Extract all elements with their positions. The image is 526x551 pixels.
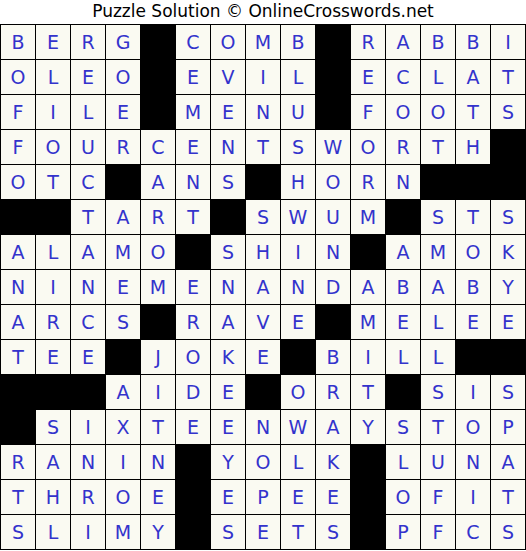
cell-r12c15: P — [491, 410, 525, 444]
cell-r3c1: F — [1, 95, 35, 129]
cell-r4c14: H — [456, 130, 490, 164]
cell-r12c11: Y — [351, 410, 385, 444]
cell-r3c12: O — [386, 95, 420, 129]
cell-r4c11: O — [351, 130, 385, 164]
cell-r12c7: E — [211, 410, 245, 444]
black-cell-r6c1 — [1, 200, 35, 234]
cell-r2c11: E — [351, 60, 385, 94]
cell-r10c5: J — [141, 340, 175, 374]
cell-r13c9: L — [281, 445, 315, 479]
cell-r9c9: E — [281, 305, 315, 339]
cell-r13c4: I — [106, 445, 140, 479]
cell-r7c1: A — [1, 235, 35, 269]
cell-r9c11: M — [351, 305, 385, 339]
cell-r12c5: T — [141, 410, 175, 444]
cell-r5c6: N — [176, 165, 210, 199]
cell-r8c7: N — [211, 270, 245, 304]
cell-r5c7: S — [211, 165, 245, 199]
cell-r1c13: B — [421, 25, 455, 59]
cell-r8c4: E — [106, 270, 140, 304]
cell-r4c12: R — [386, 130, 420, 164]
cell-r6c10: U — [316, 200, 350, 234]
black-cell-r5c13 — [421, 165, 455, 199]
cell-r14c2: H — [36, 480, 70, 514]
cell-r3c14: T — [456, 95, 490, 129]
cell-r5c12: N — [386, 165, 420, 199]
cell-r7c15: K — [491, 235, 525, 269]
cell-r2c6: E — [176, 60, 210, 94]
cell-r9c13: L — [421, 305, 455, 339]
black-cell-r11c8 — [246, 375, 280, 409]
cell-r13c2: A — [36, 445, 70, 479]
cell-r11c15: S — [491, 375, 525, 409]
cell-r13c3: N — [71, 445, 105, 479]
cell-r10c2: E — [36, 340, 70, 374]
cell-r8c8: A — [246, 270, 280, 304]
black-cell-r11c12 — [386, 375, 420, 409]
cell-r9c4: S — [106, 305, 140, 339]
cell-r3c4: E — [106, 95, 140, 129]
cell-r11c9: O — [281, 375, 315, 409]
cell-r14c13: F — [421, 480, 455, 514]
cell-r4c1: F — [1, 130, 35, 164]
cell-r3c2: I — [36, 95, 70, 129]
cell-r13c8: O — [246, 445, 280, 479]
cell-r13c1: R — [1, 445, 35, 479]
cell-r11c6: D — [176, 375, 210, 409]
cell-r8c10: D — [316, 270, 350, 304]
cell-r12c14: O — [456, 410, 490, 444]
black-cell-r12c1 — [1, 410, 35, 444]
cell-r4c8: T — [246, 130, 280, 164]
cell-r8c3: N — [71, 270, 105, 304]
cell-r13c15: A — [491, 445, 525, 479]
cell-r15c2: L — [36, 515, 70, 549]
cell-r12c6: E — [176, 410, 210, 444]
puzzle-solution-image: Puzzle Solution © OnlineCrosswords.net B… — [0, 0, 526, 551]
cell-r8c14: B — [456, 270, 490, 304]
cell-r1c9: B — [281, 25, 315, 59]
cell-r1c4: G — [106, 25, 140, 59]
cell-r3c15: S — [491, 95, 525, 129]
cell-r5c2: T — [36, 165, 70, 199]
cell-r14c15: T — [491, 480, 525, 514]
black-cell-r11c2 — [36, 375, 70, 409]
cell-r13c5: N — [141, 445, 175, 479]
cell-r1c11: R — [351, 25, 385, 59]
cell-r6c9: W — [281, 200, 315, 234]
cell-r9c6: R — [176, 305, 210, 339]
black-cell-r10c9 — [281, 340, 315, 374]
cell-r8c6: E — [176, 270, 210, 304]
cell-r3c9: U — [281, 95, 315, 129]
cell-r12c12: S — [386, 410, 420, 444]
cell-r15c5: Y — [141, 515, 175, 549]
puzzle-title: Puzzle Solution © OnlineCrosswords.net — [0, 0, 526, 24]
cell-r14c1: T — [1, 480, 35, 514]
cell-r2c8: I — [246, 60, 280, 94]
cell-r14c3: R — [71, 480, 105, 514]
cell-r1c14: B — [456, 25, 490, 59]
cell-r14c5: E — [141, 480, 175, 514]
cell-r10c11: I — [351, 340, 385, 374]
cell-r1c3: R — [71, 25, 105, 59]
cell-r2c3: E — [71, 60, 105, 94]
cell-r15c4: M — [106, 515, 140, 549]
cell-r2c4: O — [106, 60, 140, 94]
cell-r2c1: O — [1, 60, 35, 94]
cell-r7c5: O — [141, 235, 175, 269]
cell-r11c4: A — [106, 375, 140, 409]
cell-r8c12: B — [386, 270, 420, 304]
cell-r4c13: T — [421, 130, 455, 164]
cell-r2c12: C — [386, 60, 420, 94]
cell-r13c12: L — [386, 445, 420, 479]
black-cell-r5c8 — [246, 165, 280, 199]
cell-r1c7: O — [211, 25, 245, 59]
cell-r9c7: A — [211, 305, 245, 339]
cell-r4c7: N — [211, 130, 245, 164]
cell-r4c10: W — [316, 130, 350, 164]
cell-r15c10: S — [316, 515, 350, 549]
black-cell-r2c5 — [141, 60, 175, 94]
cell-r7c3: A — [71, 235, 105, 269]
cell-r14c14: I — [456, 480, 490, 514]
black-cell-r3c10 — [316, 95, 350, 129]
cell-r15c15: S — [491, 515, 525, 549]
cell-r8c9: N — [281, 270, 315, 304]
cell-r13c10: K — [316, 445, 350, 479]
black-cell-r10c4 — [106, 340, 140, 374]
cell-r12c2: S — [36, 410, 70, 444]
cell-r4c6: E — [176, 130, 210, 164]
black-cell-r5c15 — [491, 165, 525, 199]
cell-r10c3: E — [71, 340, 105, 374]
cell-r11c7: E — [211, 375, 245, 409]
cell-r2c13: L — [421, 60, 455, 94]
cell-r14c12: O — [386, 480, 420, 514]
cell-r7c14: O — [456, 235, 490, 269]
cell-r5c10: O — [316, 165, 350, 199]
cell-r10c6: O — [176, 340, 210, 374]
black-cell-r5c14 — [456, 165, 490, 199]
black-cell-r11c3 — [71, 375, 105, 409]
cell-r13c14: N — [456, 445, 490, 479]
cell-r7c13: M — [421, 235, 455, 269]
cell-r5c5: A — [141, 165, 175, 199]
cell-r10c12: L — [386, 340, 420, 374]
black-cell-r6c7 — [211, 200, 245, 234]
black-cell-r4c15 — [491, 130, 525, 164]
crossword-grid: BERGCOMBRABBIOLEOEVILECLATFILEMENUFOOTSF… — [0, 24, 526, 550]
cell-r9c14: E — [456, 305, 490, 339]
cell-r12c13: T — [421, 410, 455, 444]
cell-r11c5: I — [141, 375, 175, 409]
cell-r13c13: U — [421, 445, 455, 479]
cell-r10c8: E — [246, 340, 280, 374]
cell-r4c2: O — [36, 130, 70, 164]
cell-r15c12: P — [386, 515, 420, 549]
cell-r7c8: H — [246, 235, 280, 269]
cell-r9c12: E — [386, 305, 420, 339]
black-cell-r6c12 — [386, 200, 420, 234]
cell-r15c3: I — [71, 515, 105, 549]
cell-r6c13: S — [421, 200, 455, 234]
cell-r7c4: M — [106, 235, 140, 269]
cell-r2c15: T — [491, 60, 525, 94]
cell-r2c7: V — [211, 60, 245, 94]
cell-r14c9: E — [281, 480, 315, 514]
cell-r3c3: L — [71, 95, 105, 129]
cell-r12c3: I — [71, 410, 105, 444]
black-cell-r7c11 — [351, 235, 385, 269]
black-cell-r10c14 — [456, 340, 490, 374]
cell-r6c3: T — [71, 200, 105, 234]
black-cell-r2c10 — [316, 60, 350, 94]
cell-r1c1: B — [1, 25, 35, 59]
cell-r6c6: T — [176, 200, 210, 234]
cell-r14c10: E — [316, 480, 350, 514]
black-cell-r7c6 — [176, 235, 210, 269]
cell-r12c8: N — [246, 410, 280, 444]
black-cell-r9c5 — [141, 305, 175, 339]
cell-r5c3: C — [71, 165, 105, 199]
cell-r9c1: A — [1, 305, 35, 339]
black-cell-r14c11 — [351, 480, 385, 514]
cell-r2c2: L — [36, 60, 70, 94]
cell-r9c2: R — [36, 305, 70, 339]
black-cell-r3c5 — [141, 95, 175, 129]
cell-r6c14: T — [456, 200, 490, 234]
cell-r1c8: M — [246, 25, 280, 59]
cell-r9c3: C — [71, 305, 105, 339]
cell-r8c11: A — [351, 270, 385, 304]
cell-r8c1: N — [1, 270, 35, 304]
cell-r10c7: K — [211, 340, 245, 374]
cell-r6c15: S — [491, 200, 525, 234]
cell-r7c9: I — [281, 235, 315, 269]
black-cell-r5c4 — [106, 165, 140, 199]
cell-r2c14: A — [456, 60, 490, 94]
cell-r4c3: U — [71, 130, 105, 164]
cell-r11c13: S — [421, 375, 455, 409]
cell-r4c9: S — [281, 130, 315, 164]
cell-r15c1: S — [1, 515, 35, 549]
cell-r6c4: A — [106, 200, 140, 234]
black-cell-r9c10 — [316, 305, 350, 339]
black-cell-r15c6 — [176, 515, 210, 549]
black-cell-r14c6 — [176, 480, 210, 514]
cell-r5c1: O — [1, 165, 35, 199]
cell-r5c11: R — [351, 165, 385, 199]
cell-r7c10: N — [316, 235, 350, 269]
cell-r15c13: F — [421, 515, 455, 549]
cell-r13c7: Y — [211, 445, 245, 479]
black-cell-r15c11 — [351, 515, 385, 549]
black-cell-r10c15 — [491, 340, 525, 374]
cell-r2c9: L — [281, 60, 315, 94]
black-cell-r11c1 — [1, 375, 35, 409]
cell-r14c8: P — [246, 480, 280, 514]
cell-r9c8: V — [246, 305, 280, 339]
cell-r3c6: M — [176, 95, 210, 129]
black-cell-r13c6 — [176, 445, 210, 479]
cell-r4c5: C — [141, 130, 175, 164]
cell-r5c9: H — [281, 165, 315, 199]
cell-r4c4: R — [106, 130, 140, 164]
cell-r15c14: C — [456, 515, 490, 549]
cell-r10c1: T — [1, 340, 35, 374]
black-cell-r13c11 — [351, 445, 385, 479]
cell-r6c11: M — [351, 200, 385, 234]
cell-r11c10: R — [316, 375, 350, 409]
cell-r1c15: I — [491, 25, 525, 59]
cell-r15c8: E — [246, 515, 280, 549]
cell-r3c13: O — [421, 95, 455, 129]
cell-r1c6: C — [176, 25, 210, 59]
cell-r10c10: B — [316, 340, 350, 374]
cell-r15c9: T — [281, 515, 315, 549]
cell-r6c5: R — [141, 200, 175, 234]
cell-r7c12: A — [386, 235, 420, 269]
black-cell-r1c10 — [316, 25, 350, 59]
cell-r1c2: E — [36, 25, 70, 59]
cell-r10c13: L — [421, 340, 455, 374]
cell-r3c7: E — [211, 95, 245, 129]
cell-r8c15: Y — [491, 270, 525, 304]
cell-r7c7: S — [211, 235, 245, 269]
cell-r9c15: E — [491, 305, 525, 339]
cell-r12c10: A — [316, 410, 350, 444]
cell-r7c2: L — [36, 235, 70, 269]
cell-r14c4: O — [106, 480, 140, 514]
cell-r14c7: E — [211, 480, 245, 514]
cell-r11c11: T — [351, 375, 385, 409]
cell-r3c11: F — [351, 95, 385, 129]
cell-r8c13: A — [421, 270, 455, 304]
black-cell-r1c5 — [141, 25, 175, 59]
cell-r8c5: M — [141, 270, 175, 304]
cell-r11c14: I — [456, 375, 490, 409]
cell-r12c4: X — [106, 410, 140, 444]
black-cell-r6c2 — [36, 200, 70, 234]
cell-r3c8: N — [246, 95, 280, 129]
cell-r6c8: S — [246, 200, 280, 234]
cell-r15c7: S — [211, 515, 245, 549]
cell-r12c9: W — [281, 410, 315, 444]
cell-r1c12: A — [386, 25, 420, 59]
cell-r8c2: I — [36, 270, 70, 304]
